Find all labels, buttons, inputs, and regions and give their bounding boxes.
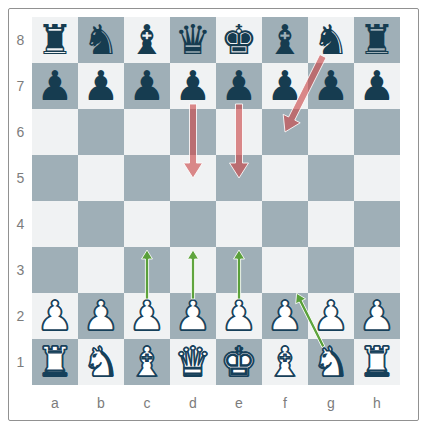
- square-a4[interactable]: [32, 201, 78, 247]
- square-f4[interactable]: [262, 201, 308, 247]
- piece-black-pawn[interactable]: ♟: [267, 63, 304, 109]
- rank-label-1: 1: [9, 339, 32, 385]
- chess-board: ♜♞♝♛♚♝♞♜♟♟♟♟♟♟♟♟♟♟♟♟♟♟♟♟♜♞♝♛♚♝♞♜: [32, 17, 400, 385]
- piece-white-pawn[interactable]: ♟: [83, 293, 120, 339]
- file-label-h: h: [354, 385, 400, 419]
- piece-white-king[interactable]: ♚: [221, 339, 258, 385]
- piece-white-pawn[interactable]: ♟: [129, 293, 166, 339]
- square-b2[interactable]: ♟: [78, 293, 124, 339]
- file-label-g: g: [308, 385, 354, 419]
- square-f6[interactable]: [262, 109, 308, 155]
- square-f1[interactable]: ♝: [262, 339, 308, 385]
- square-b4[interactable]: [78, 201, 124, 247]
- piece-white-pawn[interactable]: ♟: [37, 293, 74, 339]
- piece-black-pawn[interactable]: ♟: [37, 63, 74, 109]
- square-f7[interactable]: ♟: [262, 63, 308, 109]
- square-b6[interactable]: [78, 109, 124, 155]
- piece-black-rook[interactable]: ♜: [37, 17, 74, 63]
- square-g2[interactable]: ♟: [308, 293, 354, 339]
- rank-label-8: 8: [9, 17, 32, 63]
- square-a2[interactable]: ♟: [32, 293, 78, 339]
- square-f8[interactable]: ♝: [262, 17, 308, 63]
- piece-white-pawn[interactable]: ♟: [221, 293, 258, 339]
- piece-black-knight[interactable]: ♞: [83, 17, 120, 63]
- square-c4[interactable]: [124, 201, 170, 247]
- square-h2[interactable]: ♟: [354, 293, 400, 339]
- square-a1[interactable]: ♜: [32, 339, 78, 385]
- square-c8[interactable]: ♝: [124, 17, 170, 63]
- square-e4[interactable]: [216, 201, 262, 247]
- piece-black-pawn[interactable]: ♟: [129, 63, 166, 109]
- square-f5[interactable]: [262, 155, 308, 201]
- square-c7[interactable]: ♟: [124, 63, 170, 109]
- square-g3[interactable]: [308, 247, 354, 293]
- square-c6[interactable]: [124, 109, 170, 155]
- square-h8[interactable]: ♜: [354, 17, 400, 63]
- square-c5[interactable]: [124, 155, 170, 201]
- board-row: 87654321 ♜♞♝♛♚♝♞♜♟♟♟♟♟♟♟♟♟♟♟♟♟♟♟♟♜♞♝♛♚♝♞…: [9, 17, 418, 385]
- square-b1[interactable]: ♞: [78, 339, 124, 385]
- square-a3[interactable]: [32, 247, 78, 293]
- square-a6[interactable]: [32, 109, 78, 155]
- piece-black-pawn[interactable]: ♟: [359, 63, 396, 109]
- piece-black-knight[interactable]: ♞: [313, 17, 350, 63]
- square-b8[interactable]: ♞: [78, 17, 124, 63]
- square-b7[interactable]: ♟: [78, 63, 124, 109]
- piece-white-pawn[interactable]: ♟: [359, 293, 396, 339]
- square-f3[interactable]: [262, 247, 308, 293]
- square-a8[interactable]: ♜: [32, 17, 78, 63]
- square-c2[interactable]: ♟: [124, 293, 170, 339]
- square-e2[interactable]: ♟: [216, 293, 262, 339]
- square-d2[interactable]: ♟: [170, 293, 216, 339]
- corner-spacer: [9, 385, 32, 419]
- square-d7[interactable]: ♟: [170, 63, 216, 109]
- piece-white-rook[interactable]: ♜: [359, 339, 396, 385]
- piece-black-bishop[interactable]: ♝: [129, 17, 166, 63]
- square-h3[interactable]: [354, 247, 400, 293]
- square-c1[interactable]: ♝: [124, 339, 170, 385]
- square-d1[interactable]: ♛: [170, 339, 216, 385]
- file-label-f: f: [262, 385, 308, 419]
- square-e5[interactable]: [216, 155, 262, 201]
- piece-black-bishop[interactable]: ♝: [267, 17, 304, 63]
- square-d4[interactable]: [170, 201, 216, 247]
- file-row: abcdefgh: [9, 385, 418, 419]
- square-h6[interactable]: [354, 109, 400, 155]
- piece-black-rook[interactable]: ♜: [359, 17, 396, 63]
- rank-label-7: 7: [9, 63, 32, 109]
- piece-white-bishop[interactable]: ♝: [267, 339, 304, 385]
- rank-label-3: 3: [9, 247, 32, 293]
- piece-black-pawn[interactable]: ♟: [83, 63, 120, 109]
- square-h4[interactable]: [354, 201, 400, 247]
- square-g6[interactable]: [308, 109, 354, 155]
- square-b5[interactable]: [78, 155, 124, 201]
- square-d8[interactable]: ♛: [170, 17, 216, 63]
- piece-white-pawn[interactable]: ♟: [175, 293, 212, 339]
- piece-white-knight[interactable]: ♞: [313, 339, 350, 385]
- file-label-d: d: [170, 385, 216, 419]
- piece-white-knight[interactable]: ♞: [83, 339, 120, 385]
- square-d5[interactable]: [170, 155, 216, 201]
- square-a5[interactable]: [32, 155, 78, 201]
- square-d6[interactable]: [170, 109, 216, 155]
- square-f2[interactable]: ♟: [262, 293, 308, 339]
- square-e1[interactable]: ♚: [216, 339, 262, 385]
- rank-label-4: 4: [9, 201, 32, 247]
- square-g5[interactable]: [308, 155, 354, 201]
- piece-black-king[interactable]: ♚: [221, 17, 258, 63]
- square-a7[interactable]: ♟: [32, 63, 78, 109]
- piece-white-pawn[interactable]: ♟: [313, 293, 350, 339]
- piece-white-rook[interactable]: ♜: [37, 339, 74, 385]
- square-c3[interactable]: [124, 247, 170, 293]
- piece-black-queen[interactable]: ♛: [175, 17, 212, 63]
- square-e6[interactable]: [216, 109, 262, 155]
- piece-white-bishop[interactable]: ♝: [129, 339, 166, 385]
- rank-labels: 87654321: [9, 17, 32, 385]
- square-h1[interactable]: ♜: [354, 339, 400, 385]
- square-h5[interactable]: [354, 155, 400, 201]
- square-d3[interactable]: [170, 247, 216, 293]
- piece-white-pawn[interactable]: ♟: [267, 293, 304, 339]
- square-e8[interactable]: ♚: [216, 17, 262, 63]
- piece-white-queen[interactable]: ♛: [175, 339, 212, 385]
- piece-black-pawn[interactable]: ♟: [221, 63, 258, 109]
- square-g7[interactable]: ♟: [308, 63, 354, 109]
- file-label-e: e: [216, 385, 262, 419]
- board-stack: ♜♞♝♛♚♝♞♜♟♟♟♟♟♟♟♟♟♟♟♟♟♟♟♟♜♞♝♛♚♝♞♜: [32, 17, 400, 385]
- rank-label-2: 2: [9, 293, 32, 339]
- file-label-a: a: [32, 385, 78, 419]
- file-label-b: b: [78, 385, 124, 419]
- square-g8[interactable]: ♞: [308, 17, 354, 63]
- file-labels: abcdefgh: [32, 385, 400, 419]
- piece-black-pawn[interactable]: ♟: [175, 63, 212, 109]
- square-e3[interactable]: [216, 247, 262, 293]
- square-e7[interactable]: ♟: [216, 63, 262, 109]
- square-h7[interactable]: ♟: [354, 63, 400, 109]
- piece-black-pawn[interactable]: ♟: [313, 63, 350, 109]
- square-g1[interactable]: ♞: [308, 339, 354, 385]
- rank-label-6: 6: [9, 109, 32, 155]
- square-b3[interactable]: [78, 247, 124, 293]
- file-label-c: c: [124, 385, 170, 419]
- square-g4[interactable]: [308, 201, 354, 247]
- diagram-frame: 87654321 ♜♞♝♛♚♝♞♜♟♟♟♟♟♟♟♟♟♟♟♟♟♟♟♟♜♞♝♛♚♝♞…: [8, 8, 419, 421]
- rank-label-5: 5: [9, 155, 32, 201]
